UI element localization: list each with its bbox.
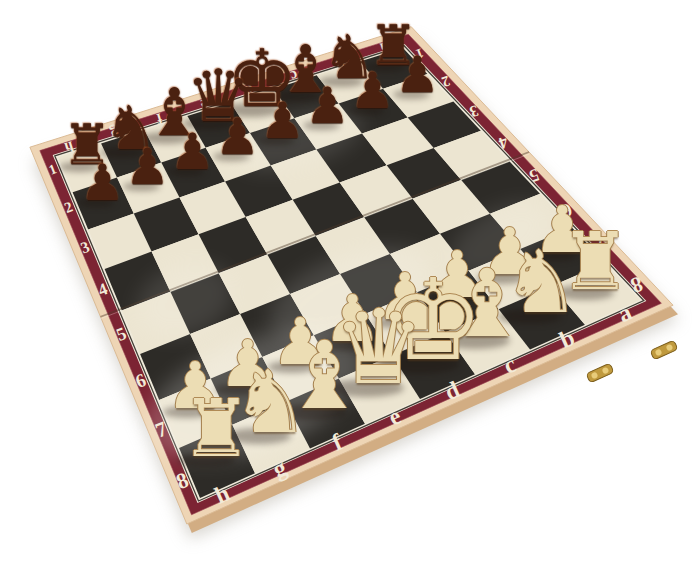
piece-black-pawn-b2[interactable]: ♟ [348,66,398,116]
piece-black-pawn-c2[interactable]: ♟ [303,81,353,131]
brass-clasp [586,363,614,383]
piece-black-pawn-h2[interactable]: ♟ [78,158,128,208]
piece-black-pawn-f2[interactable]: ♟ [168,127,218,177]
piece-black-pawn-d2[interactable]: ♟ [258,96,308,146]
piece-black-pawn-a2[interactable]: ♟ [393,50,443,100]
piece-black-pawn-g2[interactable]: ♟ [123,142,173,192]
piece-white-rook-h8[interactable]: ♜ [177,389,257,469]
chess-set-product-photo: hh11gg22ff33ee44dd55cc66bb77aa88 ♜♞♝♚♛♝♞… [0,0,700,564]
piece-black-pawn-e2[interactable]: ♟ [213,112,263,162]
brass-clasp [650,340,678,360]
